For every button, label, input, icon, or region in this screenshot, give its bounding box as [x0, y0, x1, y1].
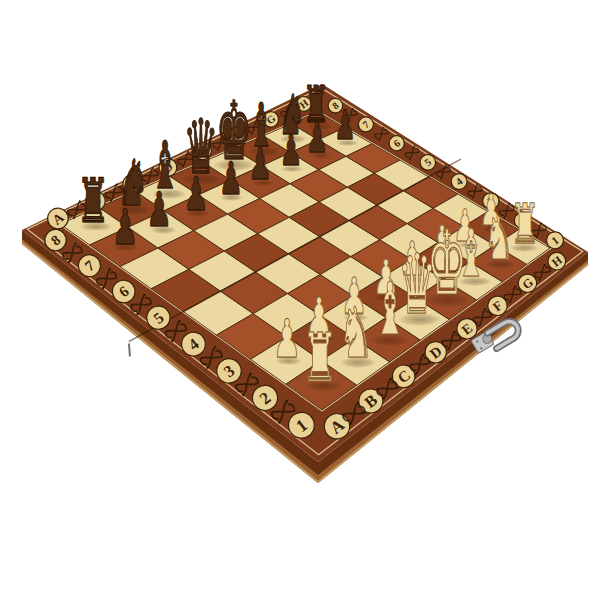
chess-board: 12345678ABCDEFGH12345678ABCDEFGH [0, 0, 600, 600]
fold-seam-notch [129, 344, 130, 357]
squares [60, 112, 550, 410]
chess-set-photo: Wooden folding chess set with carved bor… [0, 0, 600, 600]
